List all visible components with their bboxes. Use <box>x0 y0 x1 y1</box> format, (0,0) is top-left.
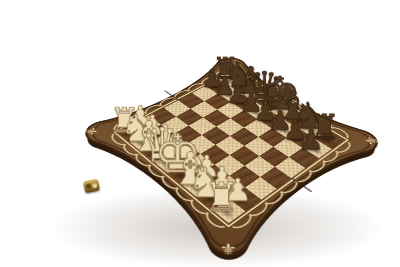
fleur-icon: ⚜ <box>219 240 237 259</box>
product-photo-scene: ⚜ ⚜ ⚜ ⚜ ♜♞♝♛♚♝♞♜♟♟♟♟♟♟♟♟♟♟♟♟♟♟♟♟♜♞♝♛♚♝♞♜ <box>0 0 400 267</box>
fleur-icon: ⚜ <box>225 55 237 64</box>
piece-shadow <box>246 91 263 101</box>
fleur-icon: ⚜ <box>80 126 101 136</box>
fleur-icon: ⚜ <box>362 135 383 145</box>
piece-shadow <box>201 169 221 184</box>
